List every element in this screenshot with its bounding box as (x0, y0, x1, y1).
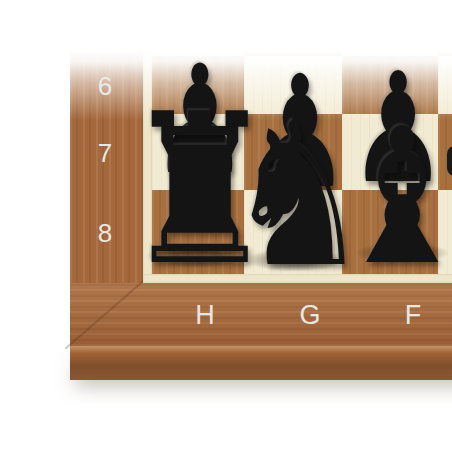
rank-label-6: 6 (98, 73, 112, 99)
board-side-edge (70, 346, 452, 380)
rank-label-7: 7 (98, 140, 112, 166)
partial-piece-e8[interactable] (447, 146, 452, 176)
photo-stage: 6 7 8 H G F ♜♞♝♟♟♟ (0, 0, 452, 452)
rank-label-8: 8 (98, 220, 112, 246)
piece-black-bishop-f8[interactable]: ♝ (333, 103, 452, 291)
file-label-f: F (405, 302, 422, 329)
chess-board: 6 7 8 H G F ♜♞♝♟♟♟ (70, 40, 452, 386)
